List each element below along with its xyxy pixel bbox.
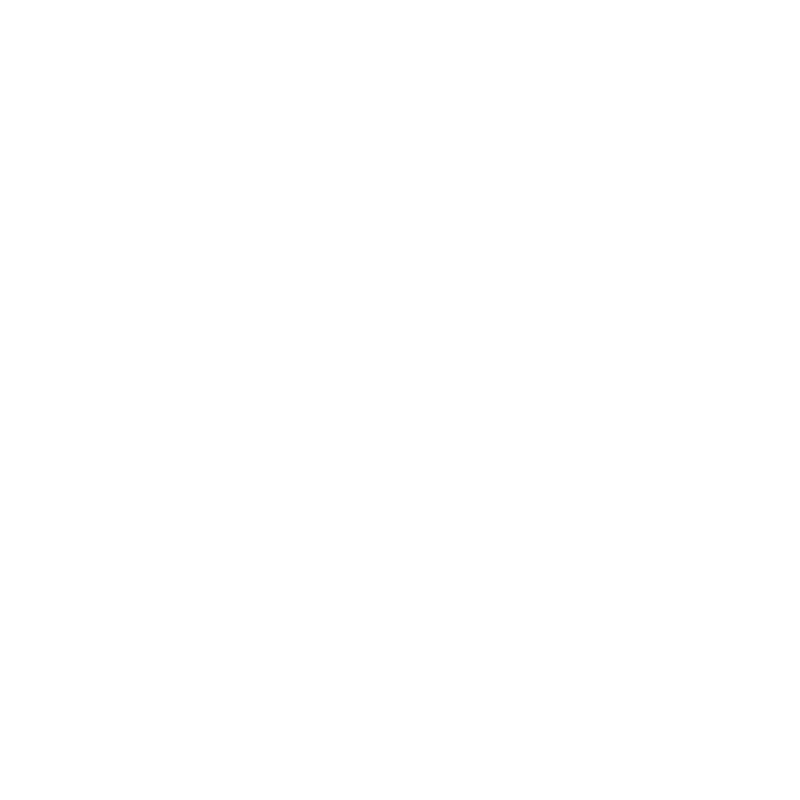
product-photo-stage: [0, 0, 800, 800]
pillbox-scene: [0, 0, 800, 800]
